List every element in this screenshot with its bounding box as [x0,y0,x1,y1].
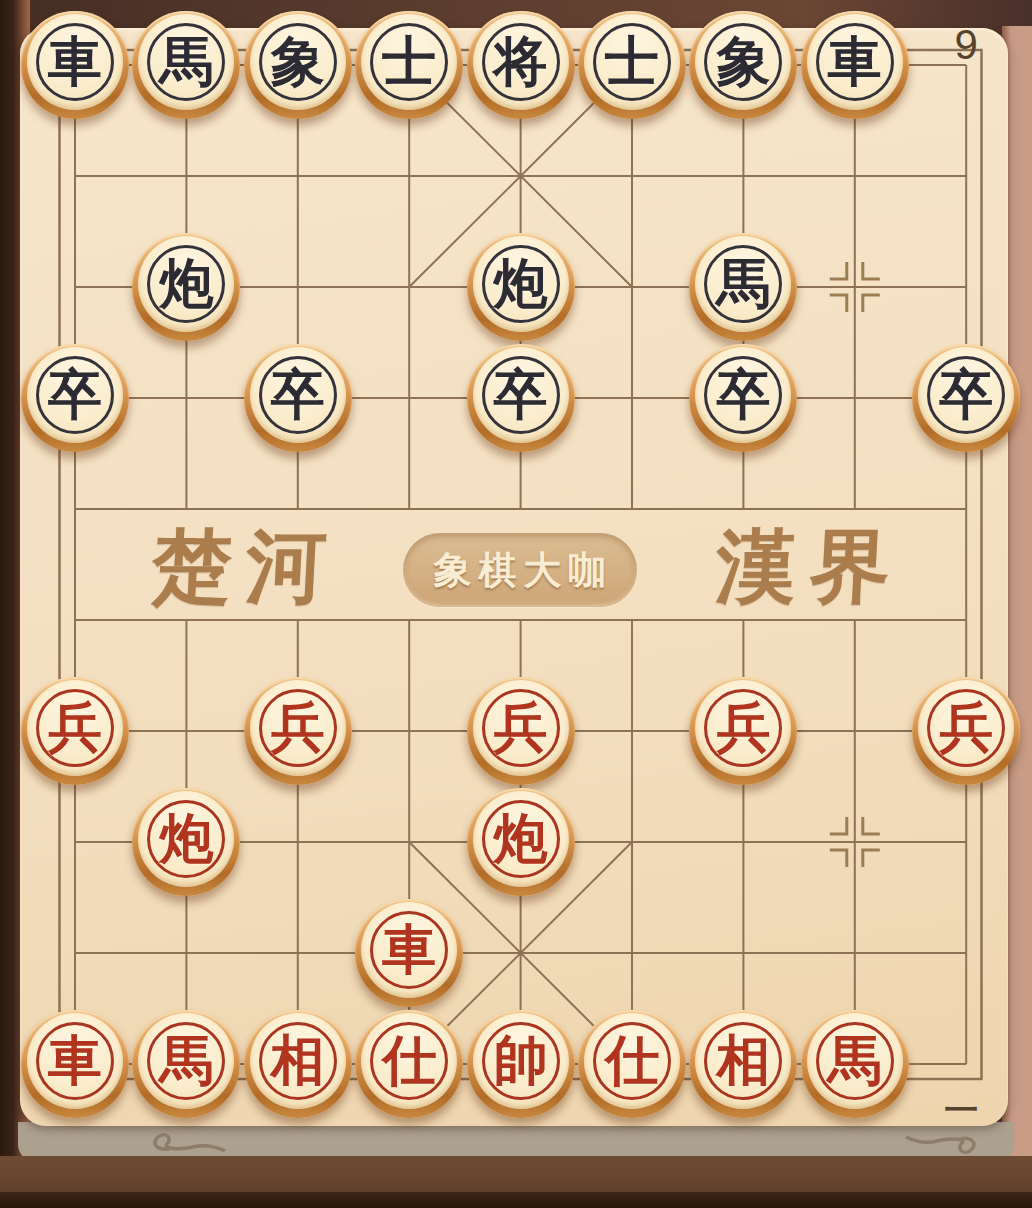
piece-black-馬[interactable]: 馬 [689,233,797,341]
file-label-bottom-1: 一 [944,1094,978,1128]
piece-character: 炮 [138,236,234,332]
piece-red-馬[interactable]: 馬 [132,1010,240,1118]
piece-face: 相 [250,1013,346,1109]
piece-face: 馬 [138,14,234,110]
piece-face: 象 [695,14,791,110]
piece-face: 兵 [250,680,346,776]
piece-red-相[interactable]: 相 [244,1010,352,1118]
piece-character: 兵 [250,680,346,776]
piece-red-兵[interactable]: 兵 [467,677,575,785]
piece-face: 象 [250,14,346,110]
piece-character: 卒 [473,347,569,443]
piece-character: 車 [807,14,903,110]
piece-character: 卒 [250,347,346,443]
piece-black-卒[interactable]: 卒 [467,344,575,452]
piece-face: 卒 [473,347,569,443]
piece-black-卒[interactable]: 卒 [21,344,129,452]
piece-character: 兵 [695,680,791,776]
piece-face: 将 [473,14,569,110]
table-edge-bottom-dark [0,1192,1032,1208]
piece-character: 仕 [584,1013,680,1109]
piece-face: 車 [361,902,457,998]
piece-black-将[interactable]: 将 [467,11,575,119]
piece-face: 士 [584,14,680,110]
piece-face: 仕 [584,1013,680,1109]
piece-black-象[interactable]: 象 [244,11,352,119]
piece-face: 卒 [250,347,346,443]
piece-character: 帥 [473,1013,569,1109]
piece-face: 馬 [138,1013,234,1109]
piece-character: 馬 [138,1013,234,1109]
river-text-right: 漢界 [713,514,907,622]
piece-character: 仕 [361,1013,457,1109]
piece-face: 兵 [918,680,1014,776]
piece-face: 兵 [27,680,123,776]
piece-face: 卒 [918,347,1014,443]
piece-character: 車 [361,902,457,998]
piece-red-仕[interactable]: 仕 [578,1010,686,1118]
piece-black-卒[interactable]: 卒 [244,344,352,452]
piece-character: 馬 [138,14,234,110]
piece-character: 車 [27,14,123,110]
piece-red-兵[interactable]: 兵 [689,677,797,785]
piece-red-炮[interactable]: 炮 [467,788,575,896]
piece-character: 炮 [473,236,569,332]
piece-face: 車 [27,1013,123,1109]
piece-red-兵[interactable]: 兵 [21,677,129,785]
piece-character: 卒 [918,347,1014,443]
file-label-top-9: 9 [955,24,978,66]
piece-red-炮[interactable]: 炮 [132,788,240,896]
piece-red-車[interactable]: 車 [21,1010,129,1118]
piece-character: 象 [695,14,791,110]
piece-red-兵[interactable]: 兵 [244,677,352,785]
piece-face: 士 [361,14,457,110]
piece-face: 炮 [138,791,234,887]
piece-face: 車 [807,14,903,110]
piece-black-炮[interactable]: 炮 [467,233,575,341]
piece-character: 卒 [27,347,123,443]
piece-black-士[interactable]: 士 [578,11,686,119]
river-badge-text: 象棋大咖 [427,545,614,596]
piece-character: 相 [695,1013,791,1109]
piece-black-車[interactable]: 車 [801,11,909,119]
piece-black-象[interactable]: 象 [689,11,797,119]
piece-red-帥[interactable]: 帥 [467,1010,575,1118]
piece-character: 士 [361,14,457,110]
river-text-left: 楚河 [149,514,343,622]
piece-face: 帥 [473,1013,569,1109]
piece-face: 卒 [27,347,123,443]
piece-face: 炮 [138,236,234,332]
piece-character: 車 [27,1013,123,1109]
piece-character: 象 [250,14,346,110]
piece-face: 炮 [473,791,569,887]
piece-character: 炮 [138,791,234,887]
river-badge: 象棋大咖 [403,533,637,607]
piece-character: 卒 [695,347,791,443]
piece-character: 馬 [695,236,791,332]
piece-black-馬[interactable]: 馬 [132,11,240,119]
piece-character: 士 [584,14,680,110]
piece-character: 兵 [473,680,569,776]
piece-black-卒[interactable]: 卒 [689,344,797,452]
piece-black-車[interactable]: 車 [21,11,129,119]
piece-black-士[interactable]: 士 [355,11,463,119]
piece-character: 炮 [473,791,569,887]
piece-red-馬[interactable]: 馬 [801,1010,909,1118]
piece-face: 馬 [695,236,791,332]
piece-red-仕[interactable]: 仕 [355,1010,463,1118]
piece-character: 兵 [27,680,123,776]
piece-face: 兵 [695,680,791,776]
piece-character: 相 [250,1013,346,1109]
piece-red-相[interactable]: 相 [689,1010,797,1118]
piece-character: 兵 [918,680,1014,776]
piece-face: 車 [27,14,123,110]
piece-black-卒[interactable]: 卒 [912,344,1020,452]
piece-red-兵[interactable]: 兵 [912,677,1020,785]
piece-face: 相 [695,1013,791,1109]
piece-black-炮[interactable]: 炮 [132,233,240,341]
piece-red-車[interactable]: 車 [355,899,463,1007]
piece-face: 馬 [807,1013,903,1109]
piece-character: 馬 [807,1013,903,1109]
xiangqi-app: 楚河 漢界 象棋大咖 9 一 車馬象士将士象車炮炮馬卒卒卒卒卒兵兵兵兵兵炮炮車車… [0,0,1032,1208]
piece-face: 兵 [473,680,569,776]
piece-face: 卒 [695,347,791,443]
piece-face: 炮 [473,236,569,332]
piece-face: 仕 [361,1013,457,1109]
piece-character: 将 [473,14,569,110]
